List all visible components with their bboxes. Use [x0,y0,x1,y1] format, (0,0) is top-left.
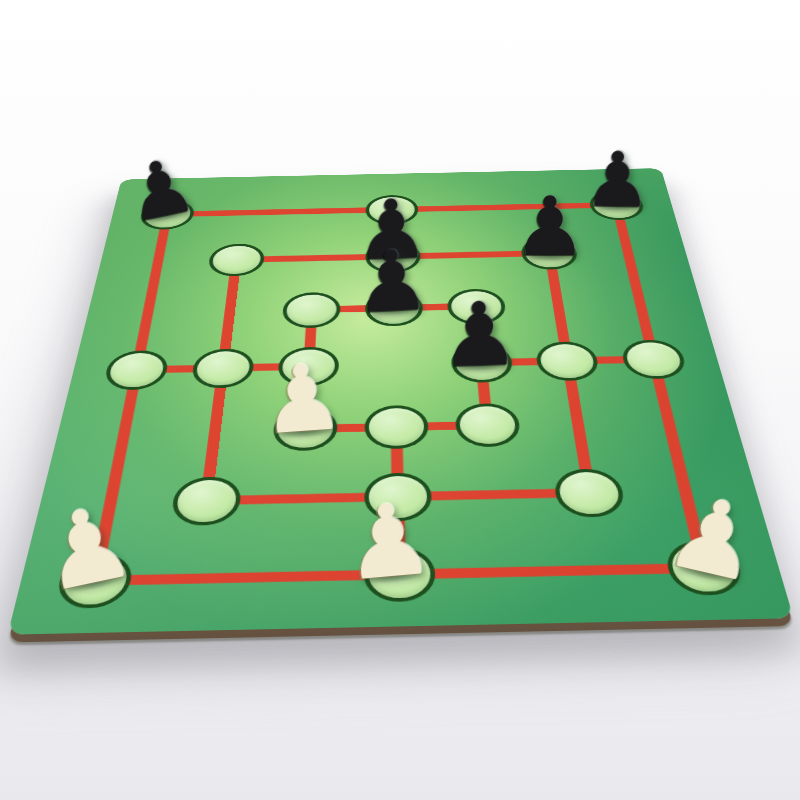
point-f2[interactable] [537,456,645,531]
piece-black-d5[interactable]: ♟ [352,238,432,326]
piece-black-f6[interactable]: ♟ [513,186,587,268]
point-d3-circle [365,405,430,450]
point-e3[interactable] [440,392,537,460]
piece-black-e4[interactable]: ♟ [439,290,521,381]
point-f4-circle [535,341,602,381]
point-c5[interactable] [268,282,353,338]
point-a4[interactable] [86,340,184,402]
piece-black-a7[interactable]: ♟ [119,146,201,235]
point-g4[interactable] [605,329,705,390]
point-c5-circle [282,292,341,329]
point-b6-circle [206,243,265,276]
photo-backdrop: ♟ ♟ ♟ ♟ ♟ ♟ ♟ ♟ ♟ ♟ [0,0,800,800]
piece-white-d1[interactable]: ♟ [339,488,437,595]
point-f2-circle [553,468,628,517]
piece-white-c3[interactable]: ♟ [258,351,347,449]
point-a4-circle [102,350,170,390]
point-d3[interactable] [351,394,444,462]
point-f4[interactable] [521,331,617,392]
point-b2-circle [169,476,242,526]
point-e3-circle [454,403,522,448]
piece-black-g7[interactable]: ♟ [583,142,652,219]
point-b4-circle [190,348,255,388]
point-b6[interactable] [193,235,277,286]
point-g4-circle [619,339,689,379]
point-b4[interactable] [175,338,269,399]
point-b2[interactable] [152,464,257,540]
